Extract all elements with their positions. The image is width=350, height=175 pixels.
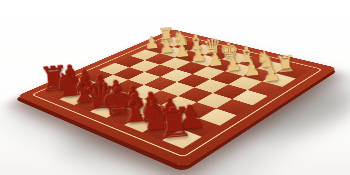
chess-board: ♜♞♝♛♚♝♞♜♟♟♟♟♟♟♟♟♟♟♟♟♟♟♟♟♜♞♝♛♚♝♞♜	[17, 29, 338, 167]
perspective-wrapper: ♜♞♝♛♚♝♞♜♟♟♟♟♟♟♟♟♟♟♟♟♟♟♟♟♜♞♝♛♚♝♞♜	[19, 0, 335, 175]
white-rook-h1[interactable]: ♜	[155, 103, 187, 145]
product-photo-scene: ♜♞♝♛♚♝♞♜♟♟♟♟♟♟♟♟♟♟♟♟♟♟♟♟♜♞♝♛♚♝♞♜	[0, 0, 350, 175]
board-grid: ♜♞♝♛♚♝♞♜♟♟♟♟♟♟♟♟♟♟♟♟♟♟♟♟♜♞♝♛♚♝♞♜	[45, 37, 309, 148]
black-pawn-h7[interactable]: ♟	[259, 64, 285, 85]
camera-tilt-wrapper: ♜♞♝♛♚♝♞♜♟♟♟♟♟♟♟♟♟♟♟♟♟♟♟♟♜♞♝♛♚♝♞♜	[0, 0, 350, 175]
